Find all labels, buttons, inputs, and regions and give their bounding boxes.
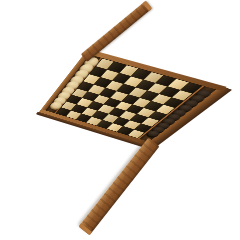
wood-grain-texture xyxy=(81,1,152,62)
sliding-lid-slat-top[interactable] xyxy=(81,1,152,62)
sliding-lid-slat-bottom[interactable] xyxy=(79,138,160,235)
product-photo xyxy=(0,0,240,240)
board-top-face xyxy=(39,49,227,146)
game-board xyxy=(39,49,227,146)
wood-grain-texture xyxy=(79,138,160,235)
